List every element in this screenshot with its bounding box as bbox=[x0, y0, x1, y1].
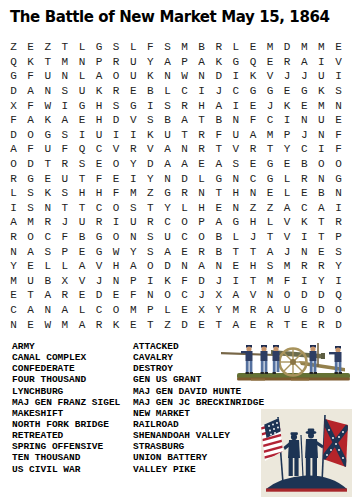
grid-cell-r16c10[interactable]: D bbox=[159, 259, 176, 274]
grid-cell-r6c5[interactable]: E bbox=[73, 113, 90, 128]
grid-cell-r6c1[interactable]: F bbox=[5, 113, 22, 128]
grid-cell-r2c7[interactable]: R bbox=[108, 55, 125, 70]
grid-cell-r8c6[interactable]: C bbox=[91, 142, 108, 157]
grid-cell-r11c20[interactable]: N bbox=[330, 186, 347, 201]
grid-cell-r19c2[interactable]: A bbox=[22, 303, 39, 318]
grid-cell-r12c19[interactable]: A bbox=[313, 201, 330, 216]
grid-cell-r6c7[interactable]: D bbox=[108, 113, 125, 128]
grid-cell-r13c18[interactable]: K bbox=[296, 215, 313, 230]
grid-cell-r10c12[interactable]: L bbox=[193, 171, 210, 186]
grid-cell-r20c4[interactable]: M bbox=[56, 317, 73, 332]
grid-cell-r3c13[interactable]: D bbox=[210, 69, 227, 84]
grid-cell-r10c15[interactable]: C bbox=[244, 171, 261, 186]
grid-cell-r1c16[interactable]: M bbox=[262, 40, 279, 55]
grid-cell-r12c20[interactable]: I bbox=[330, 201, 347, 216]
grid-cell-r9c20[interactable]: O bbox=[330, 157, 347, 172]
grid-cell-r2c16[interactable]: E bbox=[262, 55, 279, 70]
grid-cell-r13c2[interactable]: M bbox=[22, 215, 39, 230]
grid-cell-r20c9[interactable]: T bbox=[142, 317, 159, 332]
grid-cell-r6c9[interactable]: S bbox=[142, 113, 159, 128]
grid-cell-r17c3[interactable]: B bbox=[39, 274, 56, 289]
grid-cell-r3c19[interactable]: U bbox=[313, 69, 330, 84]
grid-cell-r6c16[interactable]: C bbox=[262, 113, 279, 128]
grid-cell-r18c15[interactable]: V bbox=[244, 288, 261, 303]
grid-cell-r16c7[interactable]: H bbox=[108, 259, 125, 274]
grid-cell-r2c14[interactable]: G bbox=[227, 55, 244, 70]
grid-cell-r9c17[interactable]: E bbox=[279, 157, 296, 172]
grid-cell-r17c8[interactable]: P bbox=[125, 274, 142, 289]
grid-cell-r10c11[interactable]: D bbox=[176, 171, 193, 186]
grid-cell-r8c12[interactable]: R bbox=[193, 142, 210, 157]
grid-cell-r18c2[interactable]: T bbox=[22, 288, 39, 303]
grid-cell-r9c6[interactable]: E bbox=[91, 157, 108, 172]
grid-cell-r1c1[interactable]: Z bbox=[5, 40, 22, 55]
grid-cell-r18c9[interactable]: N bbox=[142, 288, 159, 303]
grid-cell-r3c3[interactable]: U bbox=[39, 69, 56, 84]
grid-cell-r15c4[interactable]: P bbox=[56, 244, 73, 259]
grid-cell-r5c5[interactable]: G bbox=[73, 98, 90, 113]
grid-cell-r1c15[interactable]: E bbox=[244, 40, 261, 55]
grid-cell-r10c1[interactable]: R bbox=[5, 171, 22, 186]
grid-cell-r19c19[interactable]: D bbox=[313, 303, 330, 318]
grid-cell-r10c7[interactable]: E bbox=[108, 171, 125, 186]
grid-cell-r7c9[interactable]: K bbox=[142, 128, 159, 143]
grid-cell-r2c11[interactable]: P bbox=[176, 55, 193, 70]
grid-cell-r16c12[interactable]: A bbox=[193, 259, 210, 274]
grid-cell-r14c3[interactable]: C bbox=[39, 230, 56, 245]
grid-cell-r16c5[interactable]: A bbox=[73, 259, 90, 274]
grid-cell-r3c11[interactable]: W bbox=[176, 69, 193, 84]
grid-cell-r6c20[interactable]: E bbox=[330, 113, 347, 128]
grid-cell-r11c13[interactable]: T bbox=[210, 186, 227, 201]
grid-cell-r14c19[interactable]: T bbox=[313, 230, 330, 245]
grid-cell-r1c2[interactable]: E bbox=[22, 40, 39, 55]
grid-cell-r3c17[interactable]: J bbox=[279, 69, 296, 84]
grid-cell-r16c1[interactable]: Y bbox=[5, 259, 22, 274]
grid-cell-r18c3[interactable]: A bbox=[39, 288, 56, 303]
grid-cell-r9c19[interactable]: O bbox=[313, 157, 330, 172]
grid-cell-r15c18[interactable]: N bbox=[296, 244, 313, 259]
grid-cell-r16c15[interactable]: H bbox=[244, 259, 261, 274]
grid-cell-r15c14[interactable]: T bbox=[227, 244, 244, 259]
grid-cell-r9c3[interactable]: T bbox=[39, 157, 56, 172]
grid-cell-r20c11[interactable]: D bbox=[176, 317, 193, 332]
grid-cell-r11c18[interactable]: E bbox=[296, 186, 313, 201]
grid-cell-r8c9[interactable]: V bbox=[142, 142, 159, 157]
grid-cell-r7c15[interactable]: A bbox=[244, 128, 261, 143]
grid-cell-r14c7[interactable]: O bbox=[108, 230, 125, 245]
grid-cell-r18c17[interactable]: O bbox=[279, 288, 296, 303]
grid-cell-r14c12[interactable]: O bbox=[193, 230, 210, 245]
grid-cell-r8c10[interactable]: A bbox=[159, 142, 176, 157]
grid-cell-r2c3[interactable]: T bbox=[39, 55, 56, 70]
grid-cell-r13c4[interactable]: J bbox=[56, 215, 73, 230]
grid-cell-r2c10[interactable]: A bbox=[159, 55, 176, 70]
grid-cell-r8c8[interactable]: R bbox=[125, 142, 142, 157]
grid-cell-r8c7[interactable]: V bbox=[108, 142, 125, 157]
grid-cell-r17c7[interactable]: N bbox=[108, 274, 125, 289]
grid-cell-r15c17[interactable]: J bbox=[279, 244, 296, 259]
grid-cell-r4c10[interactable]: L bbox=[159, 84, 176, 99]
grid-cell-r17c18[interactable]: I bbox=[296, 274, 313, 289]
grid-cell-r3c15[interactable]: K bbox=[244, 69, 261, 84]
grid-cell-r16c6[interactable]: V bbox=[91, 259, 108, 274]
grid-cell-r10c5[interactable]: T bbox=[73, 171, 90, 186]
grid-cell-r2c5[interactable]: N bbox=[73, 55, 90, 70]
grid-cell-r10c19[interactable]: N bbox=[313, 171, 330, 186]
grid-cell-r9c5[interactable]: S bbox=[73, 157, 90, 172]
grid-cell-r8c3[interactable]: U bbox=[39, 142, 56, 157]
grid-cell-r7c11[interactable]: T bbox=[176, 128, 193, 143]
grid-cell-r17c5[interactable]: V bbox=[73, 274, 90, 289]
grid-cell-r6c19[interactable]: U bbox=[313, 113, 330, 128]
grid-cell-r17c13[interactable]: J bbox=[210, 274, 227, 289]
grid-cell-r19c20[interactable]: O bbox=[330, 303, 347, 318]
grid-cell-r17c16[interactable]: M bbox=[262, 274, 279, 289]
grid-cell-r16c13[interactable]: N bbox=[210, 259, 227, 274]
grid-cell-r6c3[interactable]: K bbox=[39, 113, 56, 128]
grid-cell-r4c13[interactable]: J bbox=[210, 84, 227, 99]
grid-cell-r6c15[interactable]: F bbox=[244, 113, 261, 128]
grid-cell-r2c15[interactable]: Q bbox=[244, 55, 261, 70]
grid-cell-r9c10[interactable]: A bbox=[159, 157, 176, 172]
grid-cell-r17c11[interactable]: F bbox=[176, 274, 193, 289]
grid-cell-r18c11[interactable]: C bbox=[176, 288, 193, 303]
grid-cell-r20c17[interactable]: T bbox=[279, 317, 296, 332]
grid-cell-r16c11[interactable]: N bbox=[176, 259, 193, 274]
grid-cell-r13c14[interactable]: G bbox=[227, 215, 244, 230]
grid-cell-r5c20[interactable]: N bbox=[330, 98, 347, 113]
grid-cell-r6c17[interactable]: I bbox=[279, 113, 296, 128]
grid-cell-r5c2[interactable]: F bbox=[22, 98, 39, 113]
grid-cell-r8c18[interactable]: C bbox=[296, 142, 313, 157]
grid-cell-r9c2[interactable]: D bbox=[22, 157, 39, 172]
grid-cell-r18c7[interactable]: E bbox=[108, 288, 125, 303]
grid-cell-r11c10[interactable]: G bbox=[159, 186, 176, 201]
grid-cell-r8c1[interactable]: A bbox=[5, 142, 22, 157]
grid-cell-r19c11[interactable]: E bbox=[176, 303, 193, 318]
grid-cell-r12c8[interactable]: S bbox=[125, 201, 142, 216]
grid-cell-r19c5[interactable]: L bbox=[73, 303, 90, 318]
grid-cell-r9c12[interactable]: E bbox=[193, 157, 210, 172]
grid-cell-r20c6[interactable]: R bbox=[91, 317, 108, 332]
grid-cell-r7c20[interactable]: F bbox=[330, 128, 347, 143]
grid-cell-r7c7[interactable]: I bbox=[108, 128, 125, 143]
grid-cell-r17c17[interactable]: F bbox=[279, 274, 296, 289]
grid-cell-r19c16[interactable]: A bbox=[262, 303, 279, 318]
grid-cell-r2c13[interactable]: K bbox=[210, 55, 227, 70]
grid-cell-r1c4[interactable]: T bbox=[56, 40, 73, 55]
grid-cell-r11c4[interactable]: S bbox=[56, 186, 73, 201]
grid-cell-r10c4[interactable]: U bbox=[56, 171, 73, 186]
grid-cell-r2c2[interactable]: K bbox=[22, 55, 39, 70]
grid-cell-r13c9[interactable]: R bbox=[142, 215, 159, 230]
grid-cell-r13c6[interactable]: R bbox=[91, 215, 108, 230]
grid-cell-r3c5[interactable]: L bbox=[73, 69, 90, 84]
grid-cell-r19c17[interactable]: U bbox=[279, 303, 296, 318]
grid-cell-r19c12[interactable]: X bbox=[193, 303, 210, 318]
grid-cell-r1c3[interactable]: Z bbox=[39, 40, 56, 55]
grid-cell-r10c18[interactable]: R bbox=[296, 171, 313, 186]
grid-cell-r11c16[interactable]: E bbox=[262, 186, 279, 201]
grid-cell-r12c11[interactable]: L bbox=[176, 201, 193, 216]
grid-cell-r18c19[interactable]: D bbox=[313, 288, 330, 303]
grid-cell-r4c18[interactable]: G bbox=[296, 84, 313, 99]
grid-cell-r14c1[interactable]: R bbox=[5, 230, 22, 245]
grid-cell-r3c10[interactable]: N bbox=[159, 69, 176, 84]
grid-cell-r14c10[interactable]: U bbox=[159, 230, 176, 245]
grid-cell-r18c16[interactable]: N bbox=[262, 288, 279, 303]
grid-cell-r10c20[interactable]: G bbox=[330, 171, 347, 186]
grid-cell-r5c1[interactable]: X bbox=[5, 98, 22, 113]
grid-cell-r10c8[interactable]: I bbox=[125, 171, 142, 186]
grid-cell-r2c20[interactable]: V bbox=[330, 55, 347, 70]
grid-cell-r15c3[interactable]: S bbox=[39, 244, 56, 259]
grid-cell-r10c17[interactable]: L bbox=[279, 171, 296, 186]
grid-cell-r19c9[interactable]: P bbox=[142, 303, 159, 318]
grid-cell-r20c5[interactable]: A bbox=[73, 317, 90, 332]
grid-cell-r3c14[interactable]: I bbox=[227, 69, 244, 84]
grid-cell-r17c2[interactable]: U bbox=[22, 274, 39, 289]
grid-cell-r1c9[interactable]: F bbox=[142, 40, 159, 55]
grid-cell-r12c5[interactable]: T bbox=[73, 201, 90, 216]
grid-cell-r10c10[interactable]: N bbox=[159, 171, 176, 186]
grid-cell-r8c14[interactable]: V bbox=[227, 142, 244, 157]
grid-cell-r10c16[interactable]: G bbox=[262, 171, 279, 186]
grid-cell-r7c1[interactable]: D bbox=[5, 128, 22, 143]
grid-cell-r4c9[interactable]: B bbox=[142, 84, 159, 99]
grid-cell-r8c2[interactable]: F bbox=[22, 142, 39, 157]
grid-cell-r9c9[interactable]: D bbox=[142, 157, 159, 172]
grid-cell-r14c6[interactable]: G bbox=[91, 230, 108, 245]
grid-cell-r5c18[interactable]: E bbox=[296, 98, 313, 113]
grid-cell-r4c11[interactable]: C bbox=[176, 84, 193, 99]
grid-cell-r17c9[interactable]: I bbox=[142, 274, 159, 289]
grid-cell-r12c3[interactable]: N bbox=[39, 201, 56, 216]
grid-cell-r9c14[interactable]: S bbox=[227, 157, 244, 172]
grid-cell-r19c8[interactable]: M bbox=[125, 303, 142, 318]
grid-cell-r5c7[interactable]: S bbox=[108, 98, 125, 113]
grid-cell-r19c6[interactable]: C bbox=[91, 303, 108, 318]
grid-cell-r5c14[interactable]: I bbox=[227, 98, 244, 113]
grid-cell-r3c16[interactable]: V bbox=[262, 69, 279, 84]
grid-cell-r1c5[interactable]: L bbox=[73, 40, 90, 55]
grid-cell-r11c9[interactable]: Z bbox=[142, 186, 159, 201]
grid-cell-r11c11[interactable]: R bbox=[176, 186, 193, 201]
grid-cell-r7c6[interactable]: U bbox=[91, 128, 108, 143]
grid-cell-r3c4[interactable]: N bbox=[56, 69, 73, 84]
grid-cell-r4c8[interactable]: E bbox=[125, 84, 142, 99]
grid-cell-r7c19[interactable]: N bbox=[313, 128, 330, 143]
grid-cell-r9c15[interactable]: E bbox=[244, 157, 261, 172]
grid-cell-r1c11[interactable]: M bbox=[176, 40, 193, 55]
grid-cell-r14c16[interactable]: T bbox=[262, 230, 279, 245]
grid-cell-r11c7[interactable]: F bbox=[108, 186, 125, 201]
grid-cell-r18c18[interactable]: D bbox=[296, 288, 313, 303]
grid-cell-r6c10[interactable]: B bbox=[159, 113, 176, 128]
grid-cell-r7c18[interactable]: J bbox=[296, 128, 313, 143]
grid-cell-r19c4[interactable]: A bbox=[56, 303, 73, 318]
grid-cell-r11c3[interactable]: K bbox=[39, 186, 56, 201]
grid-cell-r7c14[interactable]: U bbox=[227, 128, 244, 143]
grid-cell-r17c6[interactable]: J bbox=[91, 274, 108, 289]
grid-cell-r20c16[interactable]: R bbox=[262, 317, 279, 332]
grid-cell-r9c1[interactable]: O bbox=[5, 157, 22, 172]
grid-cell-r19c3[interactable]: N bbox=[39, 303, 56, 318]
grid-cell-r13c12[interactable]: P bbox=[193, 215, 210, 230]
grid-cell-r17c19[interactable]: Y bbox=[313, 274, 330, 289]
grid-cell-r5c4[interactable]: I bbox=[56, 98, 73, 113]
grid-cell-r11c19[interactable]: B bbox=[313, 186, 330, 201]
grid-cell-r13c11[interactable]: O bbox=[176, 215, 193, 230]
grid-cell-r7c12[interactable]: R bbox=[193, 128, 210, 143]
grid-cell-r15c13[interactable]: B bbox=[210, 244, 227, 259]
grid-cell-r12c18[interactable]: C bbox=[296, 201, 313, 216]
grid-cell-r4c3[interactable]: N bbox=[39, 84, 56, 99]
grid-cell-r6c4[interactable]: A bbox=[56, 113, 73, 128]
grid-cell-r18c13[interactable]: X bbox=[210, 288, 227, 303]
grid-cell-r5c13[interactable]: A bbox=[210, 98, 227, 113]
grid-cell-r2c4[interactable]: M bbox=[56, 55, 73, 70]
grid-cell-r6c14[interactable]: N bbox=[227, 113, 244, 128]
grid-cell-r15c20[interactable]: S bbox=[330, 244, 347, 259]
grid-cell-r11c12[interactable]: N bbox=[193, 186, 210, 201]
grid-cell-r6c13[interactable]: B bbox=[210, 113, 227, 128]
grid-cell-r18c6[interactable]: D bbox=[91, 288, 108, 303]
grid-cell-r18c8[interactable]: F bbox=[125, 288, 142, 303]
grid-cell-r8c17[interactable]: Y bbox=[279, 142, 296, 157]
grid-cell-r8c20[interactable]: F bbox=[330, 142, 347, 157]
grid-cell-r4c20[interactable]: S bbox=[330, 84, 347, 99]
grid-cell-r8c15[interactable]: R bbox=[244, 142, 261, 157]
grid-cell-r16c17[interactable]: M bbox=[279, 259, 296, 274]
grid-cell-r13c20[interactable]: R bbox=[330, 215, 347, 230]
grid-cell-r9c16[interactable]: G bbox=[262, 157, 279, 172]
grid-cell-r15c12[interactable]: R bbox=[193, 244, 210, 259]
grid-cell-r4c19[interactable]: K bbox=[313, 84, 330, 99]
grid-cell-r14c2[interactable]: O bbox=[22, 230, 39, 245]
grid-cell-r16c20[interactable]: Y bbox=[330, 259, 347, 274]
grid-cell-r20c7[interactable]: K bbox=[108, 317, 125, 332]
grid-cell-r11c17[interactable]: L bbox=[279, 186, 296, 201]
grid-cell-r5c9[interactable]: I bbox=[142, 98, 159, 113]
grid-cell-r5c11[interactable]: R bbox=[176, 98, 193, 113]
grid-cell-r18c20[interactable]: Q bbox=[330, 288, 347, 303]
grid-cell-r5c12[interactable]: H bbox=[193, 98, 210, 113]
grid-cell-r4c16[interactable]: G bbox=[262, 84, 279, 99]
grid-cell-r3c8[interactable]: U bbox=[125, 69, 142, 84]
grid-cell-r5c3[interactable]: W bbox=[39, 98, 56, 113]
grid-cell-r2c8[interactable]: U bbox=[125, 55, 142, 70]
grid-cell-r11c2[interactable]: S bbox=[22, 186, 39, 201]
grid-cell-r15c19[interactable]: E bbox=[313, 244, 330, 259]
grid-cell-r14c8[interactable]: N bbox=[125, 230, 142, 245]
grid-cell-r7c17[interactable]: P bbox=[279, 128, 296, 143]
grid-cell-r2c1[interactable]: Q bbox=[5, 55, 22, 70]
grid-cell-r14c17[interactable]: V bbox=[279, 230, 296, 245]
grid-cell-r15c1[interactable]: N bbox=[5, 244, 22, 259]
grid-cell-r11c15[interactable]: N bbox=[244, 186, 261, 201]
grid-cell-r1c19[interactable]: M bbox=[313, 40, 330, 55]
grid-cell-r5c10[interactable]: S bbox=[159, 98, 176, 113]
grid-cell-r16c3[interactable]: L bbox=[39, 259, 56, 274]
grid-cell-r4c4[interactable]: S bbox=[56, 84, 73, 99]
grid-cell-r18c4[interactable]: R bbox=[56, 288, 73, 303]
grid-cell-r9c13[interactable]: A bbox=[210, 157, 227, 172]
grid-cell-r2c12[interactable]: A bbox=[193, 55, 210, 70]
grid-cell-r14c20[interactable]: P bbox=[330, 230, 347, 245]
grid-cell-r2c6[interactable]: P bbox=[91, 55, 108, 70]
grid-cell-r9c4[interactable]: R bbox=[56, 157, 73, 172]
grid-cell-r12c2[interactable]: S bbox=[22, 201, 39, 216]
grid-cell-r3c20[interactable]: I bbox=[330, 69, 347, 84]
grid-cell-r1c7[interactable]: S bbox=[108, 40, 125, 55]
grid-cell-r14c18[interactable]: I bbox=[296, 230, 313, 245]
grid-cell-r12c1[interactable]: I bbox=[5, 201, 22, 216]
grid-cell-r18c12[interactable]: J bbox=[193, 288, 210, 303]
grid-cell-r14c15[interactable]: J bbox=[244, 230, 261, 245]
grid-cell-r17c12[interactable]: D bbox=[193, 274, 210, 289]
grid-cell-r11c14[interactable]: H bbox=[227, 186, 244, 201]
grid-cell-r20c14[interactable]: A bbox=[227, 317, 244, 332]
grid-cell-r10c3[interactable]: E bbox=[39, 171, 56, 186]
grid-cell-r16c9[interactable]: O bbox=[142, 259, 159, 274]
grid-cell-r17c4[interactable]: X bbox=[56, 274, 73, 289]
grid-cell-r10c13[interactable]: G bbox=[210, 171, 227, 186]
grid-cell-r5c6[interactable]: H bbox=[91, 98, 108, 113]
grid-cell-r10c9[interactable]: Y bbox=[142, 171, 159, 186]
grid-cell-r7c4[interactable]: S bbox=[56, 128, 73, 143]
grid-cell-r2c9[interactable]: Y bbox=[142, 55, 159, 70]
grid-cell-r19c18[interactable]: G bbox=[296, 303, 313, 318]
grid-cell-r20c15[interactable]: E bbox=[244, 317, 261, 332]
grid-cell-r8c4[interactable]: F bbox=[56, 142, 73, 157]
grid-cell-r4c17[interactable]: E bbox=[279, 84, 296, 99]
grid-cell-r19c10[interactable]: L bbox=[159, 303, 176, 318]
grid-cell-r8c13[interactable]: T bbox=[210, 142, 227, 157]
grid-cell-r5c16[interactable]: J bbox=[262, 98, 279, 113]
grid-cell-r14c4[interactable]: F bbox=[56, 230, 73, 245]
grid-cell-r13c8[interactable]: U bbox=[125, 215, 142, 230]
grid-cell-r6c11[interactable]: A bbox=[176, 113, 193, 128]
grid-cell-r12c17[interactable]: A bbox=[279, 201, 296, 216]
grid-cell-r13c17[interactable]: V bbox=[279, 215, 296, 230]
grid-cell-r5c8[interactable]: G bbox=[125, 98, 142, 113]
grid-cell-r17c1[interactable]: M bbox=[5, 274, 22, 289]
grid-cell-r4c2[interactable]: A bbox=[22, 84, 39, 99]
grid-cell-r19c15[interactable]: R bbox=[244, 303, 261, 318]
grid-cell-r7c2[interactable]: O bbox=[22, 128, 39, 143]
grid-cell-r12c10[interactable]: Y bbox=[159, 201, 176, 216]
grid-cell-r1c8[interactable]: L bbox=[125, 40, 142, 55]
grid-cell-r14c13[interactable]: B bbox=[210, 230, 227, 245]
grid-cell-r6c12[interactable]: T bbox=[193, 113, 210, 128]
grid-cell-r13c1[interactable]: A bbox=[5, 215, 22, 230]
grid-cell-r12c13[interactable]: E bbox=[210, 201, 227, 216]
grid-cell-r20c3[interactable]: W bbox=[39, 317, 56, 332]
grid-cell-r6c18[interactable]: N bbox=[296, 113, 313, 128]
grid-cell-r8c11[interactable]: N bbox=[176, 142, 193, 157]
grid-cell-r3c12[interactable]: N bbox=[193, 69, 210, 84]
grid-cell-r3c2[interactable]: F bbox=[22, 69, 39, 84]
grid-cell-r18c10[interactable]: O bbox=[159, 288, 176, 303]
grid-cell-r13c16[interactable]: L bbox=[262, 215, 279, 230]
grid-cell-r1c13[interactable]: R bbox=[210, 40, 227, 55]
grid-cell-r8c16[interactable]: T bbox=[262, 142, 279, 157]
grid-cell-r1c14[interactable]: L bbox=[227, 40, 244, 55]
grid-cell-r20c2[interactable]: E bbox=[22, 317, 39, 332]
grid-cell-r13c15[interactable]: H bbox=[244, 215, 261, 230]
